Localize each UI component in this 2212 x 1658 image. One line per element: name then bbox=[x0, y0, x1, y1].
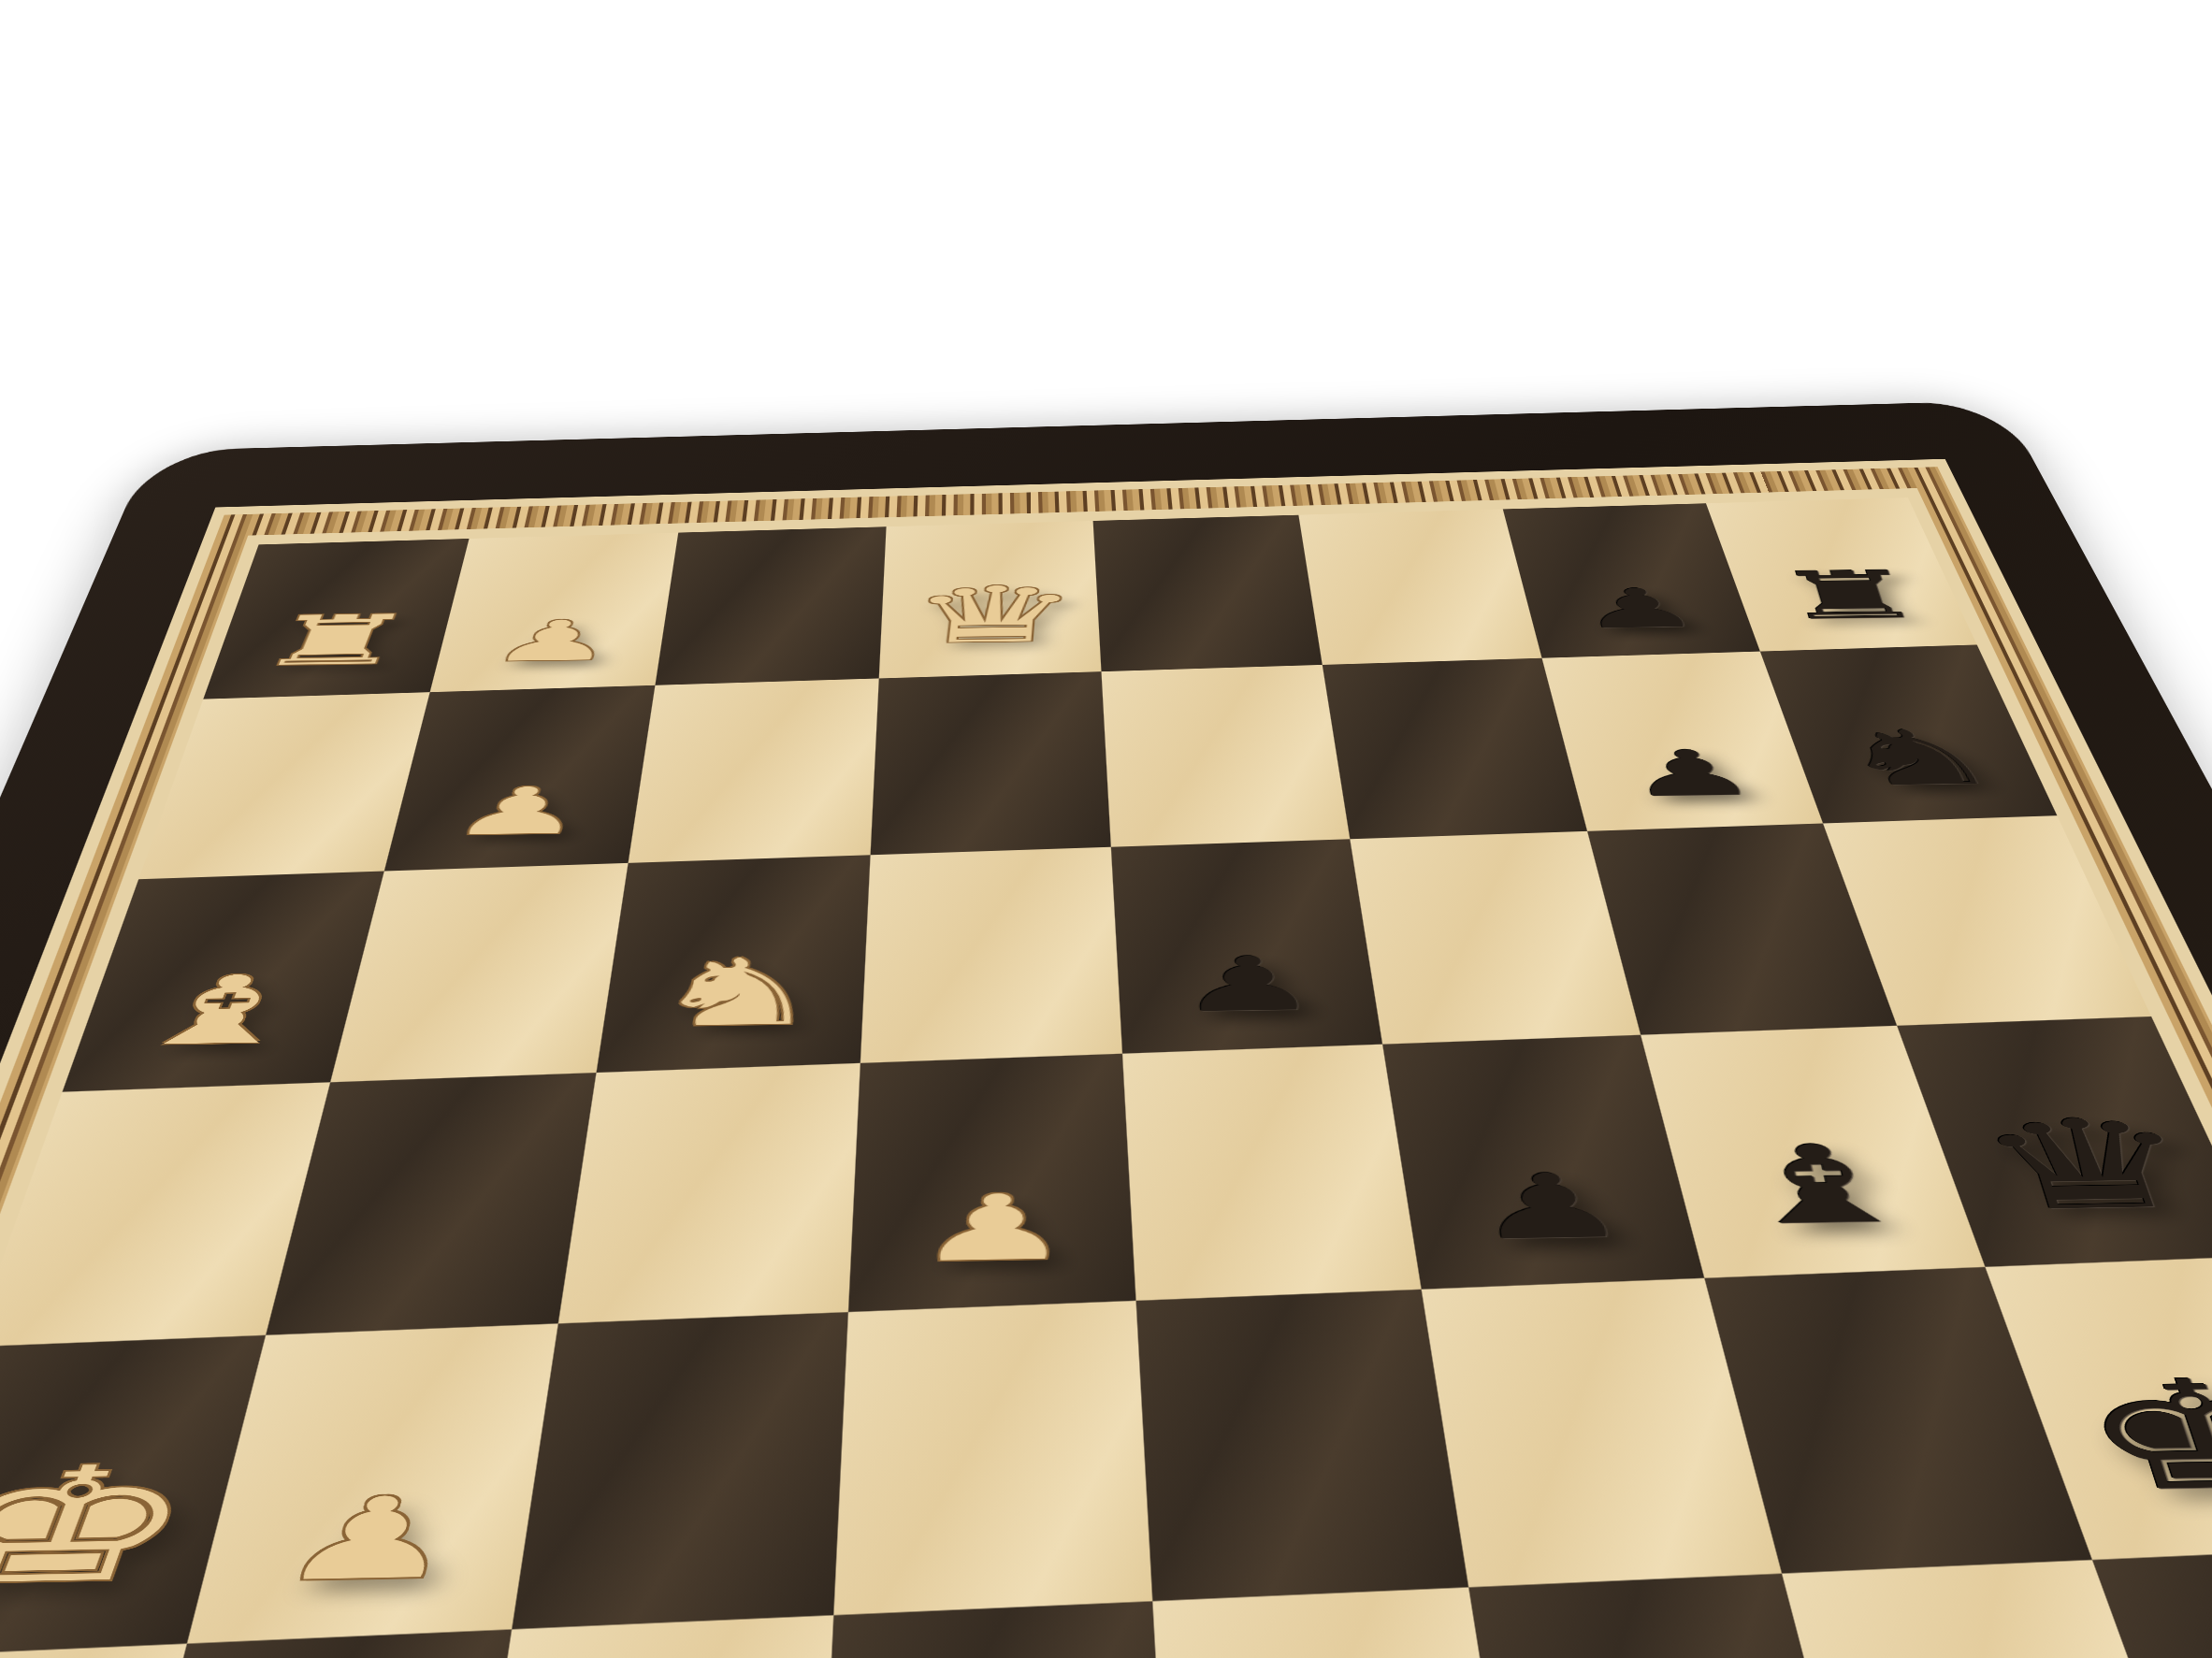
square-e3[interactable] bbox=[511, 1312, 847, 1629]
piece-white-knight-c3[interactable]: ♞ bbox=[640, 945, 834, 1041]
piece-black-rook-a8[interactable]: ♜ bbox=[1767, 562, 1934, 629]
piece-black-bishop-d7[interactable]: ♝ bbox=[1715, 1130, 1930, 1241]
piece-white-bishop-c1[interactable]: ♝ bbox=[113, 962, 329, 1060]
square-c4[interactable] bbox=[860, 847, 1121, 1063]
board-frame: ♜♟♛♟♜♟♟♞♝♞♟♟♟♝♛♚♟♚♝♟♟♝♞♟♟♞♜♟♟♜ bbox=[0, 400, 2212, 1658]
piece-black-pawn-a7[interactable]: ♟ bbox=[1573, 581, 1705, 636]
square-d3[interactable] bbox=[557, 1063, 860, 1324]
square-b4[interactable] bbox=[870, 671, 1110, 855]
photo-stage: ♜♟♛♟♜♟♟♞♝♞♟♟♟♝♛♚♟♚♝♟♟♝♞♟♟♞♜♟♟♜ bbox=[0, 0, 2212, 1658]
square-b3[interactable] bbox=[628, 678, 878, 862]
square-b6[interactable] bbox=[1322, 658, 1586, 840]
square-a6[interactable] bbox=[1298, 509, 1541, 664]
piece-black-knight-b8[interactable]: ♞ bbox=[1827, 719, 2010, 798]
piece-white-pawn-d4[interactable]: ♟ bbox=[911, 1182, 1076, 1276]
piece-white-rook-a1[interactable]: ♜ bbox=[245, 606, 425, 676]
square-b5[interactable] bbox=[1101, 665, 1350, 847]
square-d4[interactable]: ♟ bbox=[847, 1054, 1135, 1312]
square-b2[interactable]: ♟ bbox=[383, 685, 655, 872]
board-scene: ♜♟♛♟♜♟♟♞♝♞♟♟♟♝♛♚♟♚♝♟♟♝♞♟♟♞♜♟♟♜ bbox=[0, 0, 2212, 1658]
piece-black-pawn-d6[interactable]: ♟ bbox=[1467, 1161, 1634, 1252]
piece-black-pawn-b7[interactable]: ♟ bbox=[1619, 742, 1763, 806]
piece-white-queen-a4[interactable]: ♛ bbox=[901, 576, 1082, 656]
chess-board-grid: ♜♟♛♟♜♟♟♞♝♞♟♟♟♝♛♚♟♚♝♟♟♝♞♟♟♞♜♟♟♜ bbox=[0, 497, 2212, 1658]
piece-white-pawn-a2[interactable]: ♟ bbox=[484, 613, 624, 670]
square-a3[interactable] bbox=[655, 526, 886, 685]
square-c3[interactable]: ♞ bbox=[596, 855, 870, 1073]
piece-black-pawn-c5[interactable]: ♟ bbox=[1176, 945, 1321, 1023]
board-tilt-wrapper: ♜♟♛♟♜♟♟♞♝♞♟♟♟♝♛♚♟♚♝♟♟♝♞♟♟♞♜♟♟♜ bbox=[0, 400, 2212, 1658]
piece-white-pawn-b2[interactable]: ♟ bbox=[442, 778, 595, 844]
square-a2[interactable]: ♟ bbox=[429, 533, 678, 693]
square-a4[interactable]: ♛ bbox=[878, 521, 1101, 679]
square-d5[interactable] bbox=[1121, 1045, 1421, 1301]
piece-white-king-e1[interactable]: ♚ bbox=[0, 1445, 217, 1608]
square-e4[interactable] bbox=[832, 1301, 1151, 1615]
piece-black-king-e8[interactable]: ♚ bbox=[2059, 1360, 2212, 1514]
square-c5[interactable]: ♟ bbox=[1110, 839, 1381, 1053]
piece-white-pawn-e2[interactable]: ♟ bbox=[267, 1481, 474, 1597]
piece-black-queen-d8[interactable]: ♛ bbox=[1961, 1103, 2212, 1230]
square-a5[interactable] bbox=[1092, 515, 1322, 671]
square-e5[interactable] bbox=[1135, 1290, 1468, 1601]
